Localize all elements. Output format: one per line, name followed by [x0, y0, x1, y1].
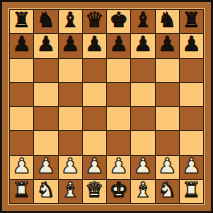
square-f1[interactable]: ♝ — [131, 180, 154, 203]
square-c7[interactable]: ♟ — [59, 34, 82, 57]
white-knight-piece[interactable]: ♞ — [36, 180, 55, 201]
square-b1[interactable]: ♞ — [34, 180, 57, 203]
square-b7[interactable]: ♟ — [34, 34, 57, 57]
black-pawn-piece[interactable]: ♟ — [133, 34, 152, 55]
square-c5[interactable] — [59, 83, 82, 106]
square-b6[interactable] — [34, 59, 57, 82]
white-queen-piece[interactable]: ♛ — [85, 180, 104, 201]
black-pawn-piece[interactable]: ♟ — [182, 34, 201, 55]
white-pawn-piece[interactable]: ♟ — [61, 156, 80, 177]
square-e5[interactable] — [107, 83, 130, 106]
square-f2[interactable]: ♟ — [131, 156, 154, 179]
white-rook-piece[interactable]: ♜ — [12, 180, 31, 201]
black-rook-piece[interactable]: ♜ — [12, 10, 31, 31]
black-knight-piece[interactable]: ♞ — [158, 10, 177, 31]
white-pawn-piece[interactable]: ♟ — [12, 156, 31, 177]
black-bishop-piece[interactable]: ♝ — [61, 10, 80, 31]
square-h3[interactable] — [180, 131, 203, 154]
square-e7[interactable]: ♟ — [107, 34, 130, 57]
square-d3[interactable] — [83, 131, 106, 154]
square-b4[interactable] — [34, 107, 57, 130]
square-c2[interactable]: ♟ — [59, 156, 82, 179]
square-d1[interactable]: ♛ — [83, 180, 106, 203]
square-c3[interactable] — [59, 131, 82, 154]
square-h4[interactable] — [180, 107, 203, 130]
white-bishop-piece[interactable]: ♝ — [61, 180, 80, 201]
square-b2[interactable]: ♟ — [34, 156, 57, 179]
square-f3[interactable] — [131, 131, 154, 154]
square-h6[interactable] — [180, 59, 203, 82]
square-h8[interactable]: ♜ — [180, 10, 203, 33]
white-pawn-piece[interactable]: ♟ — [36, 156, 55, 177]
square-d5[interactable] — [83, 83, 106, 106]
square-e1[interactable]: ♚ — [107, 180, 130, 203]
square-e8[interactable]: ♚ — [107, 10, 130, 33]
black-pawn-piece[interactable]: ♟ — [85, 34, 104, 55]
square-f4[interactable] — [131, 107, 154, 130]
square-h7[interactable]: ♟ — [180, 34, 203, 57]
square-g7[interactable]: ♟ — [156, 34, 179, 57]
square-f8[interactable]: ♝ — [131, 10, 154, 33]
square-g8[interactable]: ♞ — [156, 10, 179, 33]
square-h1[interactable]: ♜ — [180, 180, 203, 203]
black-bishop-piece[interactable]: ♝ — [133, 10, 152, 31]
white-rook-piece[interactable]: ♜ — [182, 180, 201, 201]
white-knight-piece[interactable]: ♞ — [158, 180, 177, 201]
square-b8[interactable]: ♞ — [34, 10, 57, 33]
black-pawn-piece[interactable]: ♟ — [109, 34, 128, 55]
board-outline: ♜♞♝♛♚♝♞♜♟♟♟♟♟♟♟♟♟♟♟♟♟♟♟♟♜♞♝♛♚♝♞♜ — [9, 9, 204, 204]
square-d4[interactable] — [83, 107, 106, 130]
black-pawn-piece[interactable]: ♟ — [61, 34, 80, 55]
black-queen-piece[interactable]: ♛ — [85, 10, 104, 31]
square-d7[interactable]: ♟ — [83, 34, 106, 57]
square-g2[interactable]: ♟ — [156, 156, 179, 179]
square-a4[interactable] — [10, 107, 33, 130]
black-king-piece[interactable]: ♚ — [109, 10, 128, 31]
square-b5[interactable] — [34, 83, 57, 106]
square-a8[interactable]: ♜ — [10, 10, 33, 33]
square-d6[interactable] — [83, 59, 106, 82]
black-rook-piece[interactable]: ♜ — [182, 10, 201, 31]
square-a6[interactable] — [10, 59, 33, 82]
white-king-piece[interactable]: ♚ — [109, 180, 128, 201]
square-g1[interactable]: ♞ — [156, 180, 179, 203]
board-bevel: ♜♞♝♛♚♝♞♜♟♟♟♟♟♟♟♟♟♟♟♟♟♟♟♟♜♞♝♛♚♝♞♜ — [8, 8, 205, 205]
square-b3[interactable] — [34, 131, 57, 154]
white-pawn-piece[interactable]: ♟ — [109, 156, 128, 177]
square-h2[interactable]: ♟ — [180, 156, 203, 179]
square-d2[interactable]: ♟ — [83, 156, 106, 179]
square-e2[interactable]: ♟ — [107, 156, 130, 179]
square-g6[interactable] — [156, 59, 179, 82]
chess-board-frame: ♜♞♝♛♚♝♞♜♟♟♟♟♟♟♟♟♟♟♟♟♟♟♟♟♜♞♝♛♚♝♞♜ — [0, 0, 213, 213]
square-c6[interactable] — [59, 59, 82, 82]
black-pawn-piece[interactable]: ♟ — [158, 34, 177, 55]
white-bishop-piece[interactable]: ♝ — [133, 180, 152, 201]
square-c8[interactable]: ♝ — [59, 10, 82, 33]
square-a3[interactable] — [10, 131, 33, 154]
square-f6[interactable] — [131, 59, 154, 82]
square-d8[interactable]: ♛ — [83, 10, 106, 33]
square-f7[interactable]: ♟ — [131, 34, 154, 57]
white-pawn-piece[interactable]: ♟ — [182, 156, 201, 177]
black-pawn-piece[interactable]: ♟ — [36, 34, 55, 55]
square-g5[interactable] — [156, 83, 179, 106]
square-g4[interactable] — [156, 107, 179, 130]
square-g3[interactable] — [156, 131, 179, 154]
square-c4[interactable] — [59, 107, 82, 130]
square-e3[interactable] — [107, 131, 130, 154]
square-a7[interactable]: ♟ — [10, 34, 33, 57]
square-a2[interactable]: ♟ — [10, 156, 33, 179]
chess-board: ♜♞♝♛♚♝♞♜♟♟♟♟♟♟♟♟♟♟♟♟♟♟♟♟♜♞♝♛♚♝♞♜ — [10, 10, 203, 203]
square-c1[interactable]: ♝ — [59, 180, 82, 203]
square-e6[interactable] — [107, 59, 130, 82]
black-knight-piece[interactable]: ♞ — [36, 10, 55, 31]
white-pawn-piece[interactable]: ♟ — [133, 156, 152, 177]
white-pawn-piece[interactable]: ♟ — [158, 156, 177, 177]
square-h5[interactable] — [180, 83, 203, 106]
white-pawn-piece[interactable]: ♟ — [85, 156, 104, 177]
square-a1[interactable]: ♜ — [10, 180, 33, 203]
black-pawn-piece[interactable]: ♟ — [12, 34, 31, 55]
square-f5[interactable] — [131, 83, 154, 106]
square-a5[interactable] — [10, 83, 33, 106]
square-e4[interactable] — [107, 107, 130, 130]
